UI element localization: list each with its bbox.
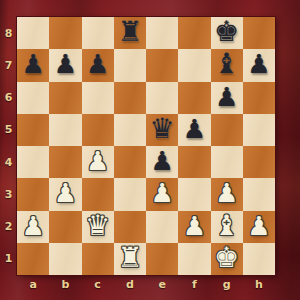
square-d7[interactable]	[114, 49, 146, 81]
square-d6[interactable]	[114, 82, 146, 114]
square-g8[interactable]: ♚	[211, 17, 243, 49]
square-c5[interactable]	[82, 114, 114, 146]
square-d1[interactable]: ♜	[114, 243, 146, 275]
file-label-c: c	[82, 276, 114, 298]
chess-board: ♜♚♟♟♟♝♟♟♛♟♟♟♟♟♟♟♛♟♝♟♜♚	[17, 17, 275, 275]
piece-white-bishop[interactable]: ♝	[214, 212, 239, 240]
piece-black-pawn[interactable]: ♟	[21, 51, 44, 77]
piece-black-pawn[interactable]: ♟	[150, 148, 173, 174]
piece-black-pawn[interactable]: ♟	[215, 84, 238, 110]
square-f1[interactable]	[178, 243, 210, 275]
piece-white-pawn[interactable]: ♟	[247, 213, 270, 239]
square-c3[interactable]	[82, 178, 114, 210]
square-a4[interactable]	[17, 146, 49, 178]
square-e6[interactable]	[146, 82, 178, 114]
file-label-a: a	[17, 276, 49, 298]
square-c2[interactable]: ♛	[82, 211, 114, 243]
square-f4[interactable]	[178, 146, 210, 178]
square-e5[interactable]: ♛	[146, 114, 178, 146]
piece-black-pawn[interactable]: ♟	[183, 116, 206, 142]
chess-diagram: 87654321 ♜♚♟♟♟♝♟♟♛♟♟♟♟♟♟♟♛♟♝♟♜♚ abcdefgh	[0, 0, 300, 300]
square-b5[interactable]	[49, 114, 81, 146]
square-d5[interactable]	[114, 114, 146, 146]
square-h7[interactable]: ♟	[243, 49, 275, 81]
square-c7[interactable]: ♟	[82, 49, 114, 81]
piece-white-rook[interactable]: ♜	[117, 244, 142, 272]
square-d8[interactable]: ♜	[114, 17, 146, 49]
square-e8[interactable]	[146, 17, 178, 49]
square-f6[interactable]	[178, 82, 210, 114]
square-b2[interactable]	[49, 211, 81, 243]
file-label-d: d	[114, 276, 146, 298]
piece-black-pawn[interactable]: ♟	[86, 51, 109, 77]
square-b8[interactable]	[49, 17, 81, 49]
square-f7[interactable]	[178, 49, 210, 81]
rank-label-6: 6	[0, 82, 17, 114]
piece-black-queen[interactable]: ♛	[150, 115, 175, 143]
rank-label-7: 7	[0, 49, 17, 81]
file-label-b: b	[49, 276, 81, 298]
piece-white-pawn[interactable]: ♟	[54, 180, 77, 206]
rank-label-1: 1	[0, 243, 17, 275]
square-f8[interactable]	[178, 17, 210, 49]
square-c8[interactable]	[82, 17, 114, 49]
piece-white-pawn[interactable]: ♟	[183, 213, 206, 239]
square-a2[interactable]: ♟	[17, 211, 49, 243]
piece-black-rook[interactable]: ♜	[117, 18, 142, 46]
file-coordinates: abcdefgh	[17, 276, 275, 298]
rank-label-4: 4	[0, 146, 17, 178]
square-a1[interactable]	[17, 243, 49, 275]
rank-label-8: 8	[0, 17, 17, 49]
square-g7[interactable]: ♝	[211, 49, 243, 81]
square-h5[interactable]	[243, 114, 275, 146]
square-b1[interactable]	[49, 243, 81, 275]
piece-black-king[interactable]: ♚	[214, 18, 239, 46]
square-e3[interactable]: ♟	[146, 178, 178, 210]
square-d4[interactable]	[114, 146, 146, 178]
square-h2[interactable]: ♟	[243, 211, 275, 243]
square-e2[interactable]	[146, 211, 178, 243]
square-b3[interactable]: ♟	[49, 178, 81, 210]
square-f5[interactable]: ♟	[178, 114, 210, 146]
square-g6[interactable]: ♟	[211, 82, 243, 114]
rank-label-3: 3	[0, 178, 17, 210]
square-h8[interactable]	[243, 17, 275, 49]
square-e1[interactable]	[146, 243, 178, 275]
file-label-g: g	[211, 276, 243, 298]
piece-white-pawn[interactable]: ♟	[21, 213, 44, 239]
square-g2[interactable]: ♝	[211, 211, 243, 243]
square-a8[interactable]	[17, 17, 49, 49]
square-b4[interactable]	[49, 146, 81, 178]
square-b6[interactable]	[49, 82, 81, 114]
square-a3[interactable]	[17, 178, 49, 210]
piece-white-pawn[interactable]: ♟	[86, 148, 109, 174]
square-e7[interactable]	[146, 49, 178, 81]
piece-black-bishop[interactable]: ♝	[214, 50, 239, 78]
piece-black-pawn[interactable]: ♟	[247, 51, 270, 77]
rank-label-2: 2	[0, 211, 17, 243]
piece-white-king[interactable]: ♚	[214, 244, 239, 272]
rank-label-5: 5	[0, 114, 17, 146]
square-c6[interactable]	[82, 82, 114, 114]
square-d2[interactable]	[114, 211, 146, 243]
piece-white-queen[interactable]: ♛	[85, 212, 110, 240]
square-g3[interactable]: ♟	[211, 178, 243, 210]
square-b7[interactable]: ♟	[49, 49, 81, 81]
square-d3[interactable]	[114, 178, 146, 210]
square-h4[interactable]	[243, 146, 275, 178]
square-f3[interactable]	[178, 178, 210, 210]
square-f2[interactable]: ♟	[178, 211, 210, 243]
file-label-h: h	[243, 276, 275, 298]
rank-coordinates: 87654321	[0, 17, 17, 275]
square-a6[interactable]	[17, 82, 49, 114]
square-a5[interactable]	[17, 114, 49, 146]
square-c1[interactable]	[82, 243, 114, 275]
file-label-e: e	[146, 276, 178, 298]
square-h6[interactable]	[243, 82, 275, 114]
square-g1[interactable]: ♚	[211, 243, 243, 275]
square-g5[interactable]	[211, 114, 243, 146]
piece-white-pawn[interactable]: ♟	[215, 180, 238, 206]
file-label-f: f	[178, 276, 210, 298]
square-g4[interactable]	[211, 146, 243, 178]
square-h1[interactable]	[243, 243, 275, 275]
square-e4[interactable]: ♟	[146, 146, 178, 178]
square-a7[interactable]: ♟	[17, 49, 49, 81]
piece-black-pawn[interactable]: ♟	[54, 51, 77, 77]
square-h3[interactable]	[243, 178, 275, 210]
square-c4[interactable]: ♟	[82, 146, 114, 178]
piece-white-pawn[interactable]: ♟	[150, 180, 173, 206]
